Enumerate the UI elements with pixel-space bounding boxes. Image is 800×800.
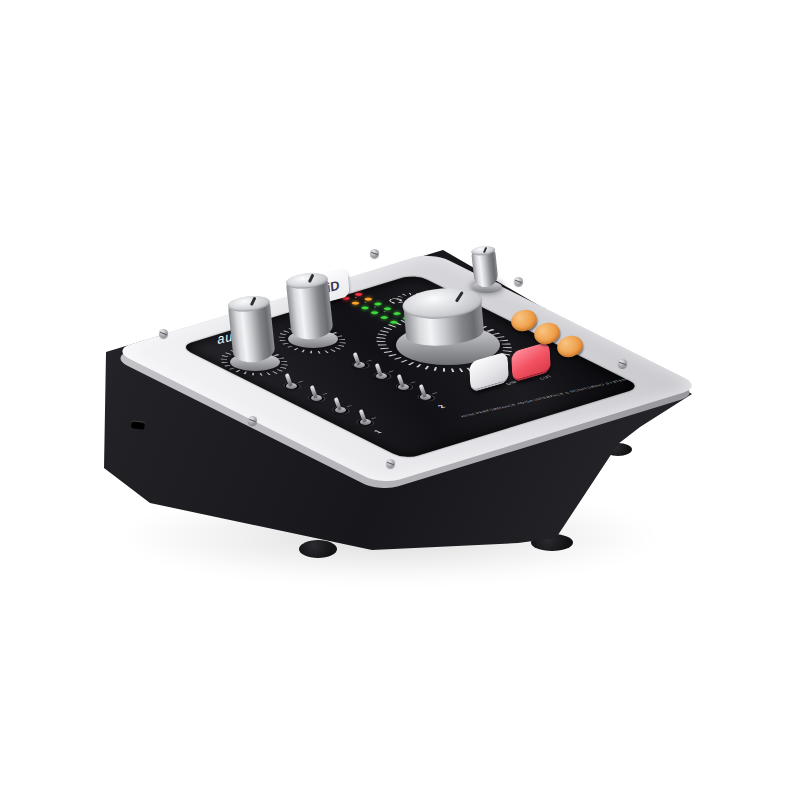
ch2-toggle-4[interactable] (416, 378, 434, 404)
rubber-foot (299, 540, 337, 558)
meter-led (360, 306, 370, 310)
meter-scale-mark (354, 297, 356, 298)
screw (370, 249, 379, 258)
screw (248, 416, 257, 425)
screw (618, 359, 627, 368)
channel-1-gain-knob[interactable] (225, 290, 285, 382)
meter-led (373, 302, 383, 306)
meter-scale-mark (374, 307, 376, 308)
main-volume-knob[interactable] (390, 268, 506, 368)
channel-2-gain-knob[interactable] (283, 267, 343, 359)
screw (386, 459, 395, 468)
ch1-toggle-1[interactable] (282, 367, 300, 393)
ch1-toggle-3[interactable] (331, 391, 349, 417)
ch2-toggle-3[interactable] (394, 368, 412, 394)
audio-interface-product-photo: 1 2 MONITOR DIM CUT HIGH PERFORMANCE AD/… (0, 0, 800, 800)
ch1-toggle-4[interactable] (356, 403, 374, 429)
meter-led (363, 297, 373, 301)
screw (159, 329, 168, 338)
channel-1-label: 1 (372, 429, 384, 434)
screw (514, 277, 523, 286)
meter-scale-mark (364, 302, 366, 303)
ch1-toggle-2[interactable] (307, 379, 325, 405)
meter-led (354, 292, 364, 296)
meter-led (351, 301, 361, 305)
ch2-toggle-2[interactable] (372, 357, 390, 383)
channel-2-label: 2 (436, 404, 448, 409)
ch2-toggle-1[interactable] (350, 346, 368, 372)
meter-scale-mark (383, 311, 385, 312)
meter-led (370, 311, 380, 315)
kensington-lock-slot (131, 420, 146, 429)
